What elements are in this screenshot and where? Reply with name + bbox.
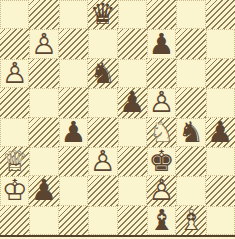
black-pawn-icon: ♟: [206, 118, 235, 147]
white-pawn-icon: ♙: [147, 88, 176, 117]
square-f7[interactable]: ♟: [147, 29, 176, 58]
black-pawn-icon: ♟: [59, 118, 88, 147]
square-b1[interactable]: [29, 206, 58, 235]
white-pawn-icon: ♙: [147, 176, 176, 205]
piece-black-pawn: ♟: [59, 118, 88, 147]
square-g5[interactable]: [176, 88, 205, 117]
page-bottom-strip: [0, 237, 235, 239]
square-d5[interactable]: [88, 88, 117, 117]
piece-white-king: ♚♔: [0, 176, 29, 205]
piece-white-pawn: ♟♙: [88, 147, 117, 176]
square-b3[interactable]: [29, 147, 58, 176]
square-h4[interactable]: ♟: [206, 118, 235, 147]
square-e2[interactable]: [118, 176, 147, 205]
square-d4[interactable]: [88, 118, 117, 147]
piece-black-king: ♚: [147, 147, 176, 176]
square-g2[interactable]: [176, 176, 205, 205]
square-h5[interactable]: [206, 88, 235, 117]
square-b7[interactable]: ♟♙: [29, 29, 58, 58]
square-c5[interactable]: [59, 88, 88, 117]
square-f2[interactable]: ♟♙: [147, 176, 176, 205]
square-a2[interactable]: ♚♔: [0, 176, 29, 205]
square-b4[interactable]: [29, 118, 58, 147]
square-c2[interactable]: [59, 176, 88, 205]
piece-white-pawn: ♟♙: [29, 29, 58, 58]
white-pawn-icon: ♙: [88, 147, 117, 176]
piece-black-knight: ♞: [88, 59, 117, 88]
black-pawn-icon: ♟: [118, 88, 147, 117]
piece-white-bishop: ♝♗: [176, 206, 205, 235]
square-d7[interactable]: [88, 29, 117, 58]
square-h6[interactable]: [206, 59, 235, 88]
piece-black-pawn: ♟: [118, 88, 147, 117]
piece-black-bishop: ♝: [147, 206, 176, 235]
square-b8[interactable]: [29, 0, 58, 29]
square-a7[interactable]: [0, 29, 29, 58]
square-a6[interactable]: ♟♙: [0, 59, 29, 88]
square-e3[interactable]: [118, 147, 147, 176]
piece-white-pawn: ♟♙: [147, 88, 176, 117]
square-d2[interactable]: [88, 176, 117, 205]
square-a3[interactable]: ♛♕: [0, 147, 29, 176]
square-c8[interactable]: [59, 0, 88, 29]
square-g8[interactable]: [176, 0, 205, 29]
piece-black-pawn: ♟: [147, 29, 176, 58]
black-knight-icon: ♞: [88, 59, 117, 88]
square-g7[interactable]: [176, 29, 205, 58]
square-f1[interactable]: ♝: [147, 206, 176, 235]
square-h1[interactable]: [206, 206, 235, 235]
square-f8[interactable]: [147, 0, 176, 29]
square-g1[interactable]: ♝♗: [176, 206, 205, 235]
black-knight-icon: ♞: [176, 118, 205, 147]
square-e8[interactable]: [118, 0, 147, 29]
chess-board: ♛♟♙♟♟♙♞♟♟♙♟♞♘♞♟♛♕♟♙♚♚♔♟♟♙♝♝♗: [0, 0, 235, 235]
black-pawn-icon: ♟: [29, 176, 58, 205]
square-g3[interactable]: [176, 147, 205, 176]
piece-white-queen: ♛♕: [0, 147, 29, 176]
square-c1[interactable]: [59, 206, 88, 235]
square-a1[interactable]: [0, 206, 29, 235]
white-queen-icon: ♕: [0, 147, 29, 176]
square-c7[interactable]: [59, 29, 88, 58]
square-e1[interactable]: [118, 206, 147, 235]
piece-black-knight: ♞: [176, 118, 205, 147]
square-b5[interactable]: [29, 88, 58, 117]
piece-white-pawn: ♟♙: [0, 59, 29, 88]
black-king-icon: ♚: [147, 147, 176, 176]
square-e7[interactable]: [118, 29, 147, 58]
square-h8[interactable]: [206, 0, 235, 29]
square-f5[interactable]: ♟♙: [147, 88, 176, 117]
square-d3[interactable]: ♟♙: [88, 147, 117, 176]
piece-white-pawn: ♟♙: [147, 176, 176, 205]
piece-black-pawn: ♟: [206, 118, 235, 147]
square-b2[interactable]: ♟: [29, 176, 58, 205]
square-g4[interactable]: ♞: [176, 118, 205, 147]
white-pawn-icon: ♙: [0, 59, 29, 88]
square-d1[interactable]: [88, 206, 117, 235]
black-bishop-icon: ♝: [147, 206, 176, 235]
piece-black-pawn: ♟: [29, 176, 58, 205]
square-g6[interactable]: [176, 59, 205, 88]
square-d8[interactable]: ♛: [88, 0, 117, 29]
square-e5[interactable]: ♟: [118, 88, 147, 117]
white-bishop-icon: ♗: [176, 206, 205, 235]
square-a8[interactable]: [0, 0, 29, 29]
square-c3[interactable]: [59, 147, 88, 176]
piece-white-knight: ♞♘: [147, 118, 176, 147]
square-c6[interactable]: [59, 59, 88, 88]
chess-diagram: ♛♟♙♟♟♙♞♟♟♙♟♞♘♞♟♛♕♟♙♚♚♔♟♟♙♝♝♗: [0, 0, 235, 239]
square-f4[interactable]: ♞♘: [147, 118, 176, 147]
square-h3[interactable]: [206, 147, 235, 176]
square-h7[interactable]: [206, 29, 235, 58]
square-b6[interactable]: [29, 59, 58, 88]
square-c4[interactable]: ♟: [59, 118, 88, 147]
square-e6[interactable]: [118, 59, 147, 88]
square-e4[interactable]: [118, 118, 147, 147]
square-a4[interactable]: [0, 118, 29, 147]
square-a5[interactable]: [0, 88, 29, 117]
black-queen-icon: ♛: [88, 0, 117, 29]
square-h2[interactable]: [206, 176, 235, 205]
white-king-icon: ♔: [0, 176, 29, 205]
square-f6[interactable]: [147, 59, 176, 88]
piece-black-queen: ♛: [88, 0, 117, 29]
square-f3[interactable]: ♚: [147, 147, 176, 176]
white-pawn-icon: ♙: [29, 29, 58, 58]
square-d6[interactable]: ♞: [88, 59, 117, 88]
black-pawn-icon: ♟: [147, 29, 176, 58]
white-knight-icon: ♘: [147, 118, 176, 147]
